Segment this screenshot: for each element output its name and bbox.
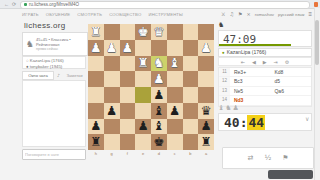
back-icon[interactable]: ← <box>4 1 9 8</box>
sound-icon[interactable]: ♫ <box>230 11 234 17</box>
square-c4[interactable] <box>167 71 183 87</box>
square-h5[interactable] <box>88 87 104 103</box>
last-move-button[interactable]: ⇥ <box>274 59 278 65</box>
square-b8[interactable] <box>183 134 199 150</box>
piece-wP-g2[interactable]: ♟ <box>106 42 117 54</box>
black-clock-seconds: 44 <box>247 115 265 130</box>
piece-bP-h7[interactable]: ♟ <box>90 120 101 132</box>
username[interactable]: romashov <box>255 12 274 17</box>
square-e8[interactable] <box>135 134 151 150</box>
square-h4[interactable] <box>88 71 104 87</box>
opponent-line: ● KazanLipa (1766) <box>218 48 312 57</box>
knight-icon: ♞ <box>26 39 34 49</box>
tab-chat[interactable]: Окно чата <box>22 71 54 80</box>
square-e7[interactable]: ♟ <box>135 119 151 135</box>
move-row: 11 Re3+ Kd8 <box>219 68 311 78</box>
square-c3[interactable]: ♝ <box>167 56 183 72</box>
challenge-icon[interactable]: ⚔ <box>221 11 225 17</box>
square-h7[interactable]: ♟ <box>88 119 104 135</box>
square-h6[interactable] <box>88 103 104 119</box>
chat-input[interactable] <box>22 149 86 160</box>
square-c6[interactable]: ♟ <box>167 103 183 119</box>
hamburger-icon[interactable]: ≡ <box>308 11 312 17</box>
move-black[interactable]: d5 <box>270 78 311 84</box>
online-dot: ● <box>222 50 225 55</box>
nav-right: ⚔ ♫ ⚑ × romashov русский язык ≡ <box>221 11 312 17</box>
piece-bP-a7[interactable]: ♟ <box>201 120 212 132</box>
white-clock: 47:09 <box>218 30 312 47</box>
first-move-button[interactable]: ⇤ <box>241 59 245 65</box>
square-a1[interactable] <box>198 24 214 40</box>
captured-pieces-top: ♞ <box>218 22 224 29</box>
square-a6[interactable]: ♛ <box>198 103 214 119</box>
prev-move-button[interactable]: ◀ <box>252 59 256 65</box>
piece-bQ-a6[interactable]: ♛ <box>201 105 212 117</box>
move-black[interactable]: Qa6 <box>270 88 311 94</box>
piece-bR-a8[interactable]: ♜ <box>201 136 212 148</box>
notification-icon[interactable]: ⚑ <box>238 11 242 17</box>
square-e2[interactable] <box>135 40 151 56</box>
move-white[interactable]: Ne5 <box>230 88 271 94</box>
chat-messages <box>22 80 86 147</box>
square-f4[interactable] <box>120 71 136 87</box>
piece-wP-h2[interactable]: ♟ <box>90 42 101 54</box>
square-g5[interactable] <box>104 87 120 103</box>
settings-gear-icon[interactable]: ⚙ <box>285 59 289 65</box>
square-b6[interactable] <box>183 103 199 119</box>
black-clock-minutes: 40 <box>224 115 240 130</box>
takeback-button[interactable]: ⇄ <box>248 154 254 162</box>
opponent-name[interactable]: KazanLipa (1766) <box>227 49 266 55</box>
square-e1[interactable]: ♚ <box>135 24 151 40</box>
file-label-e: e <box>135 151 151 156</box>
piece-wP-a2[interactable]: ♟ <box>201 42 212 54</box>
game-actions-panel: ⇄ ½ ⚑ <box>222 147 314 169</box>
tab-notes[interactable]: Заметки <box>63 71 86 80</box>
move-toolbar: ⇤ ◀ ▶ ⇥ ⚙ <box>218 57 312 66</box>
next-move-button[interactable]: ▶ <box>263 59 267 65</box>
piece-bK-d8[interactable]: ♚ <box>153 136 164 148</box>
square-g8[interactable] <box>104 134 120 150</box>
square-e5[interactable] <box>135 87 151 103</box>
square-b3[interactable] <box>183 56 199 72</box>
square-g4[interactable] <box>104 71 120 87</box>
square-b5[interactable] <box>183 87 199 103</box>
move-white[interactable]: Bc3 <box>230 78 271 84</box>
square-g3[interactable] <box>104 56 120 72</box>
square-c2[interactable] <box>167 40 183 56</box>
piece-wK-e1[interactable]: ♚ <box>138 26 149 38</box>
square-d7[interactable]: ♝ <box>151 119 167 135</box>
move-row: 13 Ne5 Qa6 <box>219 87 311 97</box>
move-number: 13 <box>219 87 230 96</box>
square-a7[interactable]: ♟ <box>198 119 214 135</box>
lock-icon <box>24 3 27 6</box>
page: { "game": "chess", "position": { "fen": … <box>0 0 320 180</box>
square-d4[interactable]: ♟ <box>151 71 167 87</box>
file-label-h: h <box>88 151 104 156</box>
square-b2[interactable] <box>183 40 199 56</box>
move-number: 12 <box>219 77 230 86</box>
piece-bP-d5[interactable]: ♟ <box>153 89 164 101</box>
square-h2[interactable]: ♟ <box>88 40 104 56</box>
square-d8[interactable]: ♚ <box>151 134 167 150</box>
language-select[interactable]: русский язык <box>278 12 304 17</box>
square-f1[interactable] <box>120 24 136 40</box>
piece-bP-g6[interactable]: ♟ <box>106 105 117 117</box>
move-row: 12 Bc3 d5 <box>219 77 311 87</box>
square-a5[interactable] <box>198 87 214 103</box>
file-label-a: a <box>198 151 214 156</box>
piece-bB-d6[interactable]: ♝ <box>153 105 164 117</box>
current-move[interactable]: Nd3 <box>230 97 271 103</box>
square-d6[interactable]: ♝ <box>151 103 167 119</box>
square-g7[interactable] <box>104 119 120 135</box>
chat-tabs: Окно чата ♪ Заметки <box>22 71 86 80</box>
piece-wB-c3[interactable]: ♝ <box>169 57 180 69</box>
piece-bP-e7[interactable]: ♟ <box>138 120 149 132</box>
square-c8[interactable] <box>167 134 183 150</box>
zen-icon[interactable]: × <box>247 11 251 17</box>
game-info-sub: прямо сейчас <box>36 47 71 52</box>
refresh-icon[interactable]: ⟳ <box>12 1 16 8</box>
file-label-d: d <box>151 151 167 156</box>
square-g2[interactable]: ♟ <box>104 40 120 56</box>
scrollbar-thumb[interactable] <box>315 20 320 65</box>
square-f3[interactable] <box>120 56 136 72</box>
clock-progress-bar <box>219 44 291 46</box>
piece-wR-e3[interactable]: ♜ <box>138 57 149 69</box>
piece-bP-c6[interactable]: ♟ <box>169 105 180 117</box>
piece-wQ-d1[interactable]: ♛ <box>153 26 164 38</box>
chevron-down-icon[interactable]: ∨ <box>305 115 309 122</box>
piece-wP-f2[interactable]: ♟ <box>122 42 133 54</box>
url-text: ru.lichess.org/MnveIM4O <box>29 2 79 7</box>
extension-icon[interactable] <box>314 2 318 7</box>
square-f6[interactable] <box>120 103 136 119</box>
chat-sound-toggle[interactable]: ♪ <box>54 71 63 80</box>
file-label-c: c <box>167 151 183 156</box>
nav-menu: Играть Обучение Смотреть Сообщество Инст… <box>22 12 183 17</box>
piece-wR-h1[interactable]: ♜ <box>90 26 101 38</box>
game-info-line1: 45+45 • Классика • <box>36 37 71 42</box>
players-box: ○ KazanLipa (1766) ● tonybaker (1945) <box>22 56 86 69</box>
site-nav: Играть Обучение Смотреть Сообщество Инст… <box>22 8 312 20</box>
nav-item-community[interactable]: Сообщество <box>109 12 141 17</box>
chess-board: ♜♚♛♟♟♟♟♜♞♝♟♟♟♝♟♛♟♟♝♟♜♚♜ <box>88 24 214 150</box>
file-label-f: f <box>120 151 136 156</box>
nav-item-learn[interactable]: Обучение <box>46 12 71 17</box>
square-g1[interactable] <box>104 24 120 40</box>
square-a4[interactable] <box>198 71 214 87</box>
square-c5[interactable] <box>167 87 183 103</box>
clock-separator: : <box>240 115 248 130</box>
nav-item-watch[interactable]: Смотреть <box>77 12 102 17</box>
piece-wN-d3[interactable]: ♞ <box>153 57 164 69</box>
square-f8[interactable] <box>120 134 136 150</box>
square-c7[interactable] <box>167 119 183 135</box>
lichess-logo[interactable]: lichess.org <box>24 21 66 30</box>
square-b4[interactable] <box>183 71 199 87</box>
square-b7[interactable] <box>183 119 199 135</box>
square-a3[interactable] <box>198 56 214 72</box>
square-h8[interactable]: ♜ <box>88 134 104 150</box>
black-clock: 40:44 <box>218 113 312 131</box>
piece-bB-d7[interactable]: ♝ <box>153 120 164 132</box>
square-a8[interactable]: ♜ <box>198 134 214 150</box>
piece-bR-h8[interactable]: ♜ <box>90 136 101 148</box>
piece-wP-d4[interactable]: ♟ <box>153 73 164 85</box>
square-f2[interactable]: ♟ <box>120 40 136 56</box>
square-e3[interactable]: ♜ <box>135 56 151 72</box>
square-d1[interactable]: ♛ <box>151 24 167 40</box>
square-d3[interactable]: ♞ <box>151 56 167 72</box>
square-a2[interactable]: ♟ <box>198 40 214 56</box>
move-black[interactable]: Kd8 <box>270 69 311 75</box>
file-label-b: b <box>183 151 199 156</box>
draw-offer-button[interactable]: ½ <box>264 154 271 162</box>
board-coordinates: hgfedcba <box>88 151 214 156</box>
player-black-link[interactable]: ● tonybaker (1945) <box>26 64 85 70</box>
resign-button[interactable]: ⚑ <box>282 154 288 162</box>
move-white[interactable]: Re3+ <box>230 69 271 75</box>
square-d2[interactable] <box>151 40 167 56</box>
move-number: 11 <box>219 68 230 77</box>
nav-item-play[interactable]: Играть <box>22 12 39 17</box>
nav-item-tools[interactable]: Инструменты <box>148 12 183 17</box>
square-f7[interactable] <box>120 119 136 135</box>
move-list: 11 Re3+ Kd8 12 Bc3 d5 13 Ne5 Qa6 14 Nd3 <box>218 67 312 107</box>
file-label-g: g <box>104 151 120 156</box>
square-b1[interactable] <box>183 24 199 40</box>
square-e6[interactable] <box>135 103 151 119</box>
square-h1[interactable]: ♜ <box>88 24 104 40</box>
game-info-box: ♞ 45+45 • Классика • Рейтинговая прямо с… <box>22 32 88 56</box>
captured-pieces-bottom: ♝♞♟ <box>218 104 240 112</box>
square-d5[interactable]: ♟ <box>151 87 167 103</box>
square-g6[interactable]: ♟ <box>104 103 120 119</box>
square-e4[interactable] <box>135 71 151 87</box>
dark-corner-button[interactable] <box>268 170 313 179</box>
square-h3[interactable] <box>88 56 104 72</box>
square-f5[interactable] <box>120 87 136 103</box>
square-c1[interactable] <box>167 24 183 40</box>
